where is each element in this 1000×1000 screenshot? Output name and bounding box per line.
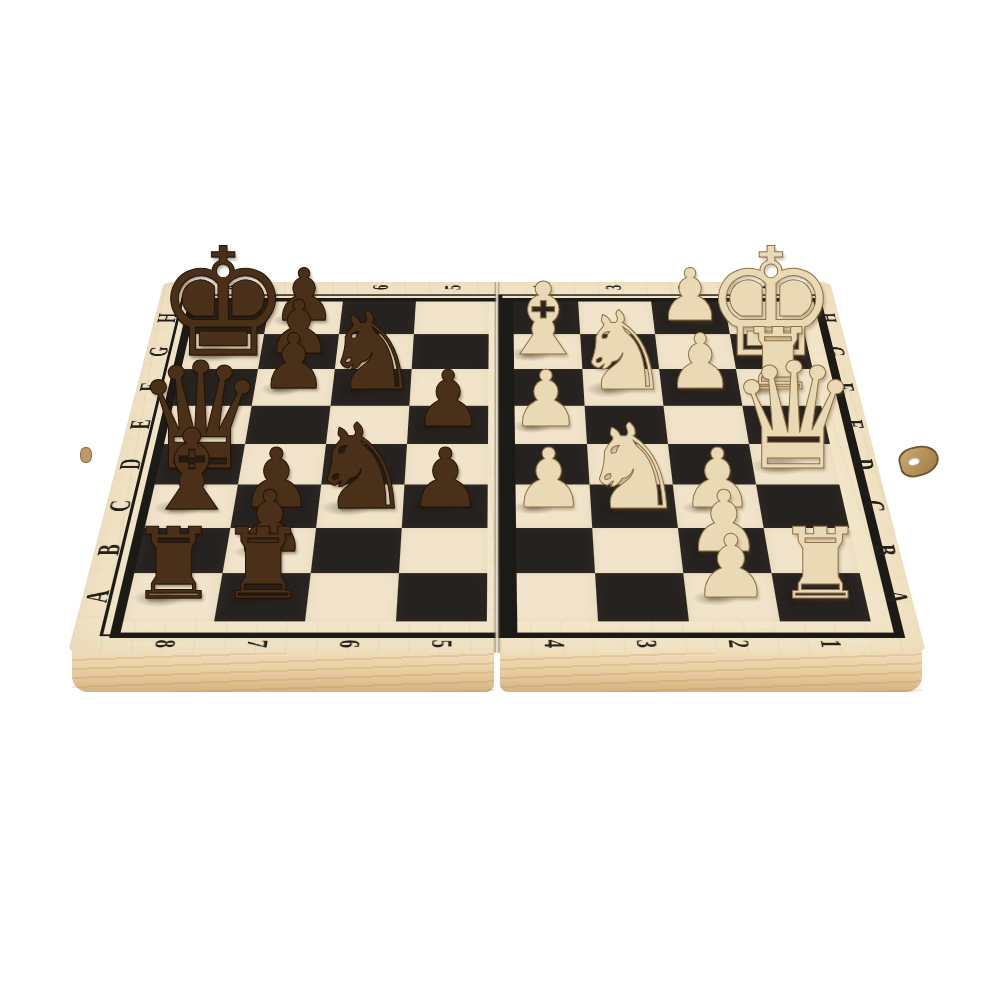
square-h5[interactable]: [414, 302, 489, 335]
white-pawn-a2[interactable]: ♟: [692, 525, 770, 612]
white-pawn-e4[interactable]: ♟: [511, 361, 581, 439]
file-label-left-A: A: [75, 587, 118, 607]
square-a4[interactable]: [507, 573, 598, 621]
rank-label-bottom-3: 3: [625, 633, 666, 654]
black-knight-f6[interactable]: ♞: [323, 298, 420, 407]
white-knight-c3[interactable]: ♞: [580, 409, 686, 527]
rank-label-bottom-8: 8: [142, 633, 185, 654]
rank-label-bottom-2: 2: [717, 633, 759, 654]
square-a3[interactable]: [595, 573, 689, 621]
rank-label-top-5: 5: [437, 281, 468, 294]
square-a6[interactable]: [305, 573, 399, 621]
rank-label-bottom-6: 6: [328, 633, 369, 654]
rank-label-bottom-5: 5: [421, 633, 460, 654]
brass-pin-icon: [80, 447, 92, 463]
white-pawn-c4[interactable]: ♟: [512, 438, 586, 520]
white-knight-f3[interactable]: ♞: [574, 298, 671, 407]
black-pawn-c5[interactable]: ♟: [408, 438, 482, 520]
black-rook-a7[interactable]: ♜: [219, 516, 307, 614]
square-a5[interactable]: [396, 573, 487, 621]
black-pawn-e5[interactable]: ♟: [413, 361, 483, 439]
file-label-left-B: B: [88, 541, 129, 560]
file-label-right-B: B: [865, 541, 906, 560]
rank-label-bottom-1: 1: [809, 633, 852, 654]
black-knight-c6[interactable]: ♞: [308, 409, 414, 527]
product-photo: 8765432187654321HGFEDCBAHGFEDCBA ♚♛♜♜♝♞♞…: [0, 0, 1000, 1000]
rank-label-bottom-7: 7: [235, 633, 277, 654]
white-pawn-f2[interactable]: ♟: [666, 325, 734, 401]
rank-label-bottom-4: 4: [534, 633, 573, 654]
black-pawn-f7[interactable]: ♟: [260, 325, 328, 401]
black-rook-a8[interactable]: ♜: [129, 516, 217, 614]
white-rook-a1[interactable]: ♜: [776, 516, 864, 614]
file-label-right-A: A: [876, 587, 919, 607]
